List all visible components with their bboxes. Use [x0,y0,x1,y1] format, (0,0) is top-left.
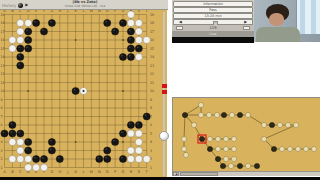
svg-text:9: 9 [150,98,152,102]
svg-text:10: 10 [0,89,4,93]
control-panel: Information Pass 13:28 min ◀ ▶ 119 Live [172,0,254,43]
svg-text:5: 5 [150,132,152,136]
info-button[interactable]: Information [173,1,253,7]
svg-text:T: T [145,10,149,13]
side-scroll-thumb[interactable] [159,131,169,141]
svg-text:1: 1 [0,166,2,170]
curtain-right [311,0,316,34]
svg-text:T: T [145,170,149,174]
nav-right-arrow-icon[interactable]: ▶ [244,20,247,25]
svg-text:8: 8 [150,106,152,110]
title-left-group: History ▶ [2,1,28,9]
svg-text:H: H [58,170,61,174]
svg-text:O: O [106,10,109,13]
game-title: (Bb vs Zeta) move 119; White L10 - live [50,0,120,8]
svg-text:19: 19 [0,13,4,17]
svg-text:B: B [11,10,14,13]
svg-text:13: 13 [150,64,154,68]
game-tree-panel[interactable]: ◀ [172,97,320,176]
svg-text:A: A [3,170,6,174]
svg-text:E: E [35,10,38,13]
svg-text:10: 10 [150,89,154,93]
status-label: Live [172,32,254,36]
svg-text:11: 11 [0,81,4,85]
game-tree-svg[interactable] [173,98,320,171]
svg-text:12: 12 [150,72,154,76]
curtain-left [300,0,305,34]
svg-text:J: J [66,10,68,13]
svg-text:2: 2 [0,157,2,161]
red-marker-top [162,84,167,88]
person-body [256,27,300,42]
side-scroll-track[interactable] [163,12,165,176]
app-window: History ▶ (Bb vs Zeta) move 119; White L… [0,0,320,180]
svg-text:9: 9 [0,98,2,102]
svg-text:18: 18 [0,21,4,25]
svg-text:D: D [27,10,30,13]
history-label: History [2,3,16,8]
go-board-svg[interactable]: AABBCCDDEEFFGGHHJJKKLLMMNNOOPPQQRRSSTT19… [0,10,167,177]
svg-text:C: C [19,10,22,13]
svg-text:H: H [58,10,61,13]
svg-text:F: F [43,10,45,13]
svg-text:L: L [82,10,84,13]
svg-text:G: G [51,10,54,13]
svg-text:17: 17 [0,30,4,34]
svg-text:S: S [138,10,141,13]
svg-text:14: 14 [0,55,4,59]
svg-text:15: 15 [0,47,4,51]
svg-text:L: L [82,170,84,174]
svg-text:P: P [114,170,117,174]
turn-arrow-icon: ▶ [25,3,28,7]
svg-text:18: 18 [150,21,154,25]
svg-text:6: 6 [150,123,152,127]
svg-text:S: S [138,170,141,174]
board-title-bar: History ▶ (Bb vs Zeta) move 119; White L… [0,0,168,10]
svg-text:16: 16 [150,38,154,42]
clock-button[interactable]: 13:28 min [173,13,253,19]
window-background [296,0,320,34]
svg-text:4: 4 [0,140,2,144]
svg-text:K: K [74,170,77,174]
svg-text:7: 7 [0,115,2,119]
svg-text:12: 12 [0,72,4,76]
svg-text:N: N [98,170,101,174]
svg-text:M: M [90,10,93,13]
svg-text:6: 6 [0,123,2,127]
svg-text:M: M [90,170,93,174]
tree-scrollbar[interactable]: ◀ [173,171,320,176]
svg-text:15: 15 [150,47,154,51]
svg-text:19: 19 [150,13,154,17]
tree-scroll-left-arrow-icon[interactable]: ◀ [173,172,179,176]
svg-text:16: 16 [0,38,4,42]
svg-text:B: B [11,170,14,174]
svg-text:4: 4 [150,140,152,144]
nav-left-arrow-icon[interactable]: ◀ [179,20,182,25]
panel-black-bar [172,37,254,43]
svg-text:R: R [130,170,133,174]
svg-text:3: 3 [0,149,2,153]
svg-text:O: O [106,170,109,174]
svg-text:1: 1 [150,166,152,170]
svg-text:J: J [66,170,68,174]
move-nav-slider[interactable]: ◀ ▶ [173,19,253,25]
svg-text:P: P [114,10,117,13]
svg-text:17: 17 [150,30,154,34]
svg-text:Q: Q [122,170,125,174]
svg-text:8: 8 [0,106,2,110]
pass-button[interactable]: Pass [173,7,253,13]
bottom-black-strip [0,177,320,180]
game-subtitle: move 119; White L10 - live [50,5,120,8]
svg-text:13: 13 [0,64,4,68]
svg-text:3: 3 [150,149,152,153]
svg-text:C: C [19,170,22,174]
black-stone-icon [18,3,23,8]
svg-text:Q: Q [122,10,125,13]
webcam-video [254,0,320,42]
tree-scroll-thumb[interactable] [180,172,218,176]
svg-text:K: K [74,10,77,13]
svg-text:14: 14 [150,55,154,59]
move-counter-value: 119 [172,26,254,30]
svg-text:G: G [51,170,54,174]
person-face [269,13,284,26]
red-marker-bottom [162,90,167,94]
svg-text:11: 11 [150,81,154,85]
go-board[interactable]: AABBCCDDEEFFGGHHJJKKLLMMNNOOPPQQRRSSTT19… [0,10,167,177]
svg-text:N: N [98,10,101,13]
